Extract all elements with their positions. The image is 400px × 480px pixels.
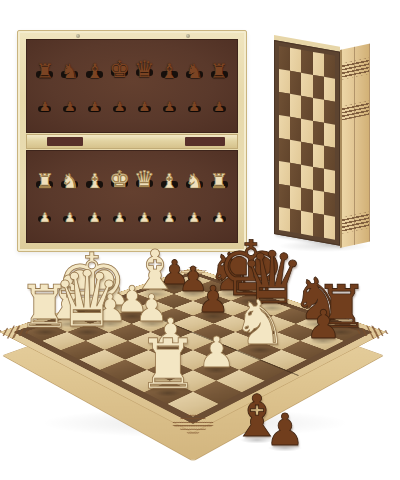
- folded-board-square: [301, 211, 312, 236]
- folded-board-square: [290, 48, 301, 73]
- boxed-dark-b: ♝: [84, 61, 106, 81]
- folded-board-square: [279, 207, 290, 232]
- folded-board-square: [290, 94, 301, 119]
- folded-board-square: [313, 75, 324, 100]
- folded-board-square: [290, 163, 301, 188]
- folded-board-square: [290, 186, 301, 211]
- boxed-dark-p: ♟: [59, 98, 81, 114]
- folded-board-square: [324, 123, 335, 148]
- folded-board-square: [301, 50, 312, 75]
- boxed-light-n: ♞: [183, 171, 205, 191]
- boxed-light-p: ♟: [109, 209, 131, 225]
- dark-majors-row: ♜♞♝♚♛♝♞♜: [27, 58, 237, 81]
- board-scene: ♜♝♚♟♛♟♟♟♟♟♜♞♝♟♟♞♚♛♟♞♜♟ ♝♟: [0, 240, 400, 480]
- hinge-recess: [185, 137, 225, 146]
- boxed-light-p: ♟: [183, 209, 205, 225]
- folded-board-face: [274, 40, 340, 246]
- folded-board-square: [290, 117, 301, 142]
- folded-board-square: [290, 71, 301, 96]
- light-majors-row: ♜♞♝♚♛♝♞♜: [27, 168, 237, 191]
- screw-icon: [186, 34, 190, 38]
- folded-board-square: [279, 161, 290, 186]
- folded-board-spine: [340, 44, 370, 248]
- folded-board-square: [324, 215, 335, 240]
- box-hinge-bar: [26, 134, 238, 149]
- folded-board-square: [279, 46, 290, 71]
- dark-pawns-row: ♟♟♟♟♟♟♟♟: [27, 98, 237, 114]
- hinge-recess: [47, 137, 83, 146]
- folded-board-square: [313, 121, 324, 146]
- light-pieces-tray: ♜♞♝♚♛♝♞♜ ♟♟♟♟♟♟♟♟: [26, 150, 238, 244]
- folded-board-square: [313, 167, 324, 192]
- folded-board-square: [301, 96, 312, 121]
- dark-pieces-tray: ♜♞♝♚♛♝♞♜ ♟♟♟♟♟♟♟♟: [26, 39, 238, 133]
- folded-board-square: [290, 140, 301, 165]
- folded-board-square: [313, 144, 324, 169]
- boxed-dark-p: ♟: [133, 98, 155, 114]
- folded-board: [258, 28, 392, 254]
- folded-board-square: [279, 138, 290, 163]
- folded-board-square: [279, 69, 290, 94]
- boxed-dark-p: ♟: [34, 98, 56, 114]
- boxed-dark-q: ♛: [133, 58, 155, 81]
- boxed-light-p: ♟: [84, 209, 106, 225]
- storage-box: ♜♞♝♚♛♝♞♜ ♟♟♟♟♟♟♟♟ ♜♞♝♚♛♝♞♜ ♟♟♟♟♟♟♟♟: [17, 30, 247, 252]
- folded-board-square: [301, 165, 312, 190]
- folded-board-square: [279, 184, 290, 209]
- boxed-light-p: ♟: [34, 209, 56, 225]
- folded-board-square: [279, 92, 290, 117]
- folded-board-square: [324, 77, 335, 102]
- decorative-grooves: [342, 101, 369, 121]
- folded-board-square: [324, 146, 335, 171]
- boxed-light-p: ♟: [208, 209, 230, 225]
- folded-board-square: [324, 192, 335, 217]
- folded-board-square: [324, 54, 335, 79]
- folded-board-square: [301, 73, 312, 98]
- boxed-light-b: ♝: [84, 171, 106, 191]
- piece-shadow: [268, 445, 302, 452]
- folded-checkerboard: [279, 46, 335, 240]
- decorative-grooves: [342, 58, 369, 80]
- board-grid: [13, 271, 372, 424]
- boxed-dark-b: ♝: [158, 61, 180, 81]
- boxed-dark-p: ♟: [183, 98, 205, 114]
- box-felt-interior: ♜♞♝♚♛♝♞♜ ♟♟♟♟♟♟♟♟ ♜♞♝♚♛♝♞♜ ♟♟♟♟♟♟♟♟: [26, 39, 238, 243]
- boxed-light-p: ♟: [59, 209, 81, 225]
- boxed-dark-n: ♞: [183, 61, 205, 81]
- folded-board-square: [290, 209, 301, 234]
- boxed-dark-r: ♜: [34, 61, 56, 81]
- boxed-dark-p: ♟: [158, 98, 180, 114]
- boxed-light-n: ♞: [59, 171, 81, 191]
- boxed-light-q: ♛: [133, 168, 155, 191]
- folded-board-square: [301, 119, 312, 144]
- boxed-dark-n: ♞: [59, 61, 81, 81]
- folded-board-square: [279, 115, 290, 140]
- boxed-light-k: ♚: [109, 168, 131, 191]
- boxed-light-r: ♜: [208, 171, 230, 191]
- boxed-dark-p: ♟: [84, 98, 106, 114]
- folded-board-square: [313, 213, 324, 238]
- folded-board-square: [324, 169, 335, 194]
- folded-board-square: [313, 190, 324, 215]
- boxed-dark-p: ♟: [208, 98, 230, 114]
- folded-board-square: [313, 52, 324, 77]
- folded-board-square: [301, 142, 312, 167]
- boxed-light-p: ♟: [133, 209, 155, 225]
- boxed-dark-p: ♟: [109, 98, 131, 114]
- light-pawns-row: ♟♟♟♟♟♟♟♟: [27, 209, 237, 225]
- folded-board-square: [313, 98, 324, 123]
- folded-board-square: [301, 188, 312, 213]
- decorative-grooves: [342, 212, 369, 234]
- boxed-light-b: ♝: [158, 171, 180, 191]
- boxed-dark-k: ♚: [109, 58, 131, 81]
- boxed-light-p: ♟: [158, 209, 180, 225]
- boxed-light-r: ♜: [34, 171, 56, 191]
- screw-icon: [76, 34, 80, 38]
- boxed-dark-r: ♜: [208, 61, 230, 81]
- folded-board-square: [324, 100, 335, 125]
